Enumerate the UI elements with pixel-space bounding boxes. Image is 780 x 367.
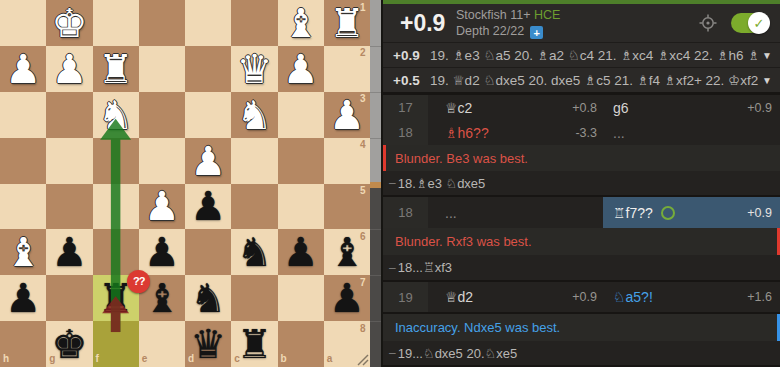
piece-white-pawn-g2[interactable]: ♟ — [46, 46, 92, 92]
chess-board: ♚♝♜♟♟♜♛♟♞♞♟♟♟♟♝♟♟♞♟♝♟♜♝♞♟♚♛♜ ?? hgfedcba… — [0, 0, 370, 367]
piece-black-queen-d8[interactable]: ♛ — [185, 321, 231, 367]
piece-white-pawn-e5[interactable]: ♟ — [139, 184, 185, 230]
square-e8[interactable] — [139, 321, 185, 367]
gauge-tick — [370, 46, 381, 47]
square-d6[interactable] — [185, 229, 231, 275]
square-d8[interactable]: ♛ — [185, 321, 231, 367]
move-eval: +0.9 — [572, 290, 597, 304]
square-e6[interactable]: ♟ — [139, 229, 185, 275]
lichess-analysis-window: ♚♝♜♟♟♜♛♟♞♞♟♟♟♟♝♟♟♞♟♝♟♜♝♞♟♚♛♜ ?? hgfedcba… — [0, 0, 780, 367]
move-row-18: 18♗h6??-3.3... — [383, 120, 780, 145]
square-b1[interactable]: ♝ — [278, 0, 324, 46]
square-h7[interactable]: ♟ — [0, 275, 46, 321]
eval-score: +0.9 — [400, 10, 456, 37]
variation-line[interactable]: –19...♘dxe5 20.♘xe5 — [383, 341, 780, 365]
move-number: 17 — [383, 95, 428, 120]
collapse-icon[interactable]: ▼ — [762, 50, 772, 61]
engine-tag: HCE — [534, 8, 560, 22]
gauge-tick — [370, 321, 381, 322]
analysis-panel: +0.9 Stockfish 11+ HCE Depth 22/22+ ✓ +0… — [383, 0, 780, 367]
judgment-comment: Blunder. Be3 was best. — [383, 145, 780, 171]
piece-black-pawn-h7[interactable]: ♟ — [0, 275, 46, 321]
move-black-19[interactable]: ♘a5?!+1.6 — [603, 282, 780, 312]
move-eval: +0.9 — [747, 206, 772, 220]
square-h1[interactable] — [0, 0, 46, 46]
engine-line-2[interactable]: +0.519. ♕d2 ♘dxe5 20. dxe5 ♗c5 21. ♗f4 ♗… — [383, 67, 780, 92]
depth-label: Depth 22/22 — [456, 24, 524, 38]
square-b7[interactable] — [278, 275, 324, 321]
variation-bullet: – — [389, 346, 396, 360]
square-e1[interactable] — [139, 0, 185, 46]
board-grid: ♚♝♜♟♟♜♛♟♞♞♟♟♟♟♝♟♟♞♟♝♟♜♝♞♟♚♛♜ — [0, 0, 370, 367]
move-eval: -3.3 — [575, 126, 597, 140]
engine-line-1[interactable]: +0.919. ♗e3 ♘a5 20. ♗a2 ♘c4 21. ♗xc4 ♗xc… — [383, 42, 780, 67]
move-white-19[interactable]: ♕d2+0.9 — [428, 282, 603, 312]
square-f2[interactable]: ♜ — [93, 46, 139, 92]
square-g4[interactable] — [46, 138, 92, 184]
variation-text: 18.♗e3 ♘dxe5 — [398, 176, 486, 191]
move-number: 18 — [383, 197, 428, 228]
piece-black-pawn-e6[interactable]: ♟ — [139, 229, 185, 275]
board-resize-handle[interactable] — [356, 353, 369, 366]
move-san: ♕d2 — [445, 289, 473, 305]
move-number: 19 — [383, 282, 428, 312]
move-san: ... — [445, 205, 457, 221]
square-h6[interactable]: ♝ — [0, 229, 46, 275]
piece-black-bishop-a6[interactable]: ♝ — [324, 229, 370, 275]
eval-gauge-white-fill — [370, 0, 381, 188]
square-d2[interactable] — [185, 46, 231, 92]
square-e2[interactable] — [139, 46, 185, 92]
square-f8[interactable] — [93, 321, 139, 367]
square-c7[interactable] — [231, 275, 277, 321]
engine-line-eval: +0.5 — [393, 73, 430, 88]
piece-black-pawn-a7[interactable]: ♟ — [324, 275, 370, 321]
engine-toggle[interactable]: ✓ — [731, 13, 768, 33]
collapse-icon[interactable]: ▼ — [762, 75, 772, 86]
move-white-18[interactable]: ♗h6??-3.3 — [428, 120, 603, 145]
square-d7[interactable]: ♞ — [185, 275, 231, 321]
square-b6[interactable]: ♟ — [278, 229, 324, 275]
toggle-check-icon: ✓ — [748, 12, 770, 34]
move-number: 18 — [383, 120, 428, 145]
square-g7[interactable] — [46, 275, 92, 321]
engine-line-moves: 19. ♕d2 ♘dxe5 20. dxe5 ♗c5 21. ♗f4 ♗xf2+… — [430, 72, 759, 88]
engine-line-eval: +0.9 — [393, 48, 430, 63]
move-san: ♘a5?! — [613, 289, 653, 305]
square-a4[interactable] — [324, 138, 370, 184]
move-white-18[interactable]: ... — [428, 197, 603, 228]
square-f1[interactable] — [93, 0, 139, 46]
square-c5[interactable] — [231, 184, 277, 230]
move-black-18[interactable]: ... — [603, 120, 780, 145]
gauge-tick — [370, 92, 381, 93]
variation-bullet: – — [389, 261, 396, 275]
engine-info: Stockfish 11+ HCE Depth 22/22+ — [456, 7, 560, 40]
square-c1[interactable] — [231, 0, 277, 46]
variation-line[interactable]: –18...♖xf3 — [383, 255, 780, 280]
piece-black-pawn-g6[interactable]: ♟ — [46, 229, 92, 275]
move-row-18: 18...♖f7??+0.9 — [383, 197, 780, 228]
square-a2[interactable] — [324, 46, 370, 92]
square-b4[interactable] — [278, 138, 324, 184]
piece-white-pawn-b2[interactable]: ♟ — [278, 46, 324, 92]
square-a1[interactable]: ♜ — [324, 0, 370, 46]
move-san: ♗h6?? — [445, 125, 489, 141]
practice-target-icon[interactable] — [699, 14, 717, 32]
move-black-18[interactable]: ♖f7??+0.9 — [603, 197, 780, 228]
move-eval: +0.9 — [747, 101, 772, 115]
piece-black-pawn-d5[interactable]: ♟ — [185, 184, 231, 230]
gauge-zero-tick — [370, 182, 381, 188]
square-f4[interactable] — [93, 138, 139, 184]
judgment-text: Blunder. Rxf3 was best. — [395, 234, 532, 249]
square-e4[interactable] — [139, 138, 185, 184]
blunder-glyph-badge: ?? — [127, 270, 150, 293]
variation-text: 18...♖xf3 — [398, 260, 452, 275]
square-f5[interactable] — [93, 184, 139, 230]
square-c6[interactable]: ♞ — [231, 229, 277, 275]
piece-white-queen-c2[interactable]: ♛ — [231, 46, 277, 92]
square-h4[interactable] — [0, 138, 46, 184]
square-d1[interactable] — [185, 0, 231, 46]
variation-bullet: – — [389, 176, 396, 190]
piece-white-rook-f2[interactable]: ♜ — [93, 46, 139, 92]
square-c8[interactable]: ♜ — [231, 321, 277, 367]
piece-white-king-g1[interactable]: ♚ — [46, 0, 92, 46]
square-g3[interactable] — [46, 92, 92, 138]
judgment-comment: Blunder. Rxf3 was best. — [383, 228, 780, 255]
square-e5[interactable]: ♟ — [139, 184, 185, 230]
move-san: ... — [613, 125, 625, 141]
square-g1[interactable]: ♚ — [46, 0, 92, 46]
piece-white-knight-f3[interactable]: ♞ — [93, 92, 139, 138]
piece-white-bishop-h6[interactable]: ♝ — [0, 229, 46, 275]
current-position-indicator — [661, 206, 675, 220]
square-c4[interactable] — [231, 138, 277, 184]
square-c2[interactable]: ♛ — [231, 46, 277, 92]
engine-header: +0.9 Stockfish 11+ HCE Depth 22/22+ ✓ — [383, 4, 780, 42]
move-list: 17♕c2+0.8g6+0.918♗h6??-3.3...Blunder. Be… — [383, 95, 780, 367]
move-san: ♕c2 — [445, 100, 472, 116]
piece-white-bishop-b1[interactable]: ♝ — [278, 0, 324, 46]
judgment-text: Inaccuracy. Ndxe5 was best. — [395, 320, 560, 335]
square-d4[interactable]: ♟ — [185, 138, 231, 184]
variation-line[interactable]: –18.♗e3 ♘dxe5 — [383, 171, 780, 195]
eval-gauge — [370, 0, 381, 367]
square-a7[interactable]: ♟ — [324, 275, 370, 321]
square-e3[interactable] — [139, 92, 185, 138]
judgment-comment: Inaccuracy. Ndxe5 was best. — [383, 314, 780, 341]
square-b2[interactable]: ♟ — [278, 46, 324, 92]
move-black-17[interactable]: g6+0.9 — [603, 95, 780, 120]
square-d3[interactable] — [185, 92, 231, 138]
square-f3[interactable]: ♞ — [93, 92, 139, 138]
piece-white-pawn-a3[interactable]: ♟ — [324, 92, 370, 138]
square-b5[interactable] — [278, 184, 324, 230]
piece-white-pawn-d4[interactable]: ♟ — [185, 138, 231, 184]
piece-black-knight-c6[interactable]: ♞ — [231, 229, 277, 275]
piece-black-rook-c8[interactable]: ♜ — [231, 321, 277, 367]
gauge-tick — [370, 138, 381, 139]
square-a6[interactable]: ♝ — [324, 229, 370, 275]
move-san: ♖f7?? — [613, 205, 653, 221]
engine-line-moves: 19. ♗e3 ♘a5 20. ♗a2 ♘c4 21. ♗xc4 ♗xc4 22… — [430, 47, 759, 63]
piece-white-rook-a1[interactable]: ♜ — [324, 0, 370, 46]
engine-name: Stockfish 11+ — [456, 8, 530, 22]
square-b8[interactable] — [278, 321, 324, 367]
move-row-17: 17♕c2+0.8g6+0.9 — [383, 95, 780, 120]
move-san: g6 — [613, 100, 629, 116]
move-eval: +0.8 — [572, 101, 597, 115]
gauge-tick — [370, 275, 381, 276]
judgment-text: Blunder. Be3 was best. — [395, 151, 528, 166]
square-h2[interactable]: ♟ — [0, 46, 46, 92]
piece-black-king-g8[interactable]: ♚ — [46, 321, 92, 367]
gauge-tick — [370, 229, 381, 230]
square-b3[interactable] — [278, 92, 324, 138]
piece-white-pawn-h2[interactable]: ♟ — [0, 46, 46, 92]
square-h3[interactable] — [0, 92, 46, 138]
square-d5[interactable]: ♟ — [185, 184, 231, 230]
piece-white-knight-c3[interactable]: ♞ — [231, 92, 277, 138]
square-f6[interactable] — [93, 229, 139, 275]
piece-black-knight-d7[interactable]: ♞ — [185, 275, 231, 321]
square-g5[interactable] — [46, 184, 92, 230]
square-g2[interactable]: ♟ — [46, 46, 92, 92]
go-deeper-button[interactable]: + — [530, 26, 543, 39]
square-h5[interactable] — [0, 184, 46, 230]
square-c3[interactable]: ♞ — [231, 92, 277, 138]
square-h8[interactable] — [0, 321, 46, 367]
square-a3[interactable]: ♟ — [324, 92, 370, 138]
variation-text: 19...♘dxe5 20.♘xe5 — [398, 346, 517, 361]
square-a5[interactable] — [324, 184, 370, 230]
square-g8[interactable]: ♚ — [46, 321, 92, 367]
move-eval: +1.6 — [747, 290, 772, 304]
move-white-17[interactable]: ♕c2+0.8 — [428, 95, 603, 120]
square-g6[interactable]: ♟ — [46, 229, 92, 275]
engine-lines: +0.919. ♗e3 ♘a5 20. ♗a2 ♘c4 21. ♗xc4 ♗xc… — [383, 42, 780, 92]
move-row-19: 19♕d2+0.9♘a5?!+1.6 — [383, 282, 780, 312]
piece-black-pawn-b6[interactable]: ♟ — [278, 229, 324, 275]
